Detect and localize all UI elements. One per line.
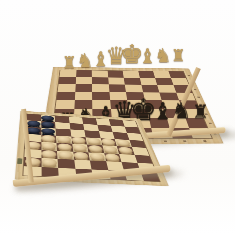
checker-light-disc bbox=[42, 150, 57, 158]
chess-piece-white-rook: ♜ bbox=[62, 55, 76, 71]
product-photo: ♜♞♝♛♚♝♞♜♜♞♝♛♚♝♞♜ bbox=[0, 0, 235, 235]
chess-piece-black-rook: ♜ bbox=[192, 102, 209, 120]
maker-stamp bbox=[17, 158, 22, 164]
checker-light-disc bbox=[58, 151, 73, 159]
checker-light-disc bbox=[42, 142, 56, 150]
checkers-board bbox=[12, 101, 180, 187]
chess-piece-white-rook: ♜ bbox=[171, 48, 185, 64]
checker-light-disc bbox=[105, 153, 121, 161]
checker-light-disc bbox=[89, 153, 105, 161]
checker-light-disc bbox=[42, 158, 57, 167]
checker-light-disc bbox=[74, 152, 89, 160]
chess-piece-white-knight: ♞ bbox=[154, 46, 171, 65]
